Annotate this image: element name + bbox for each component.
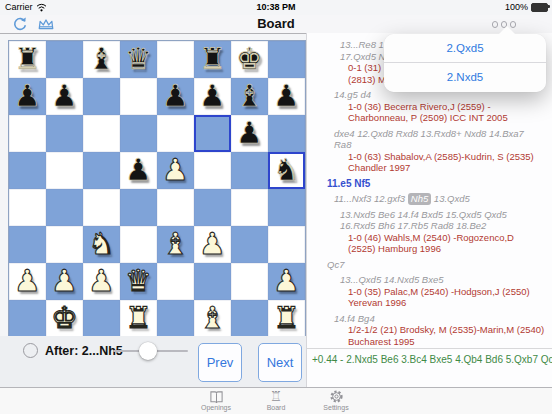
square-a2[interactable]: ♟ bbox=[9, 263, 46, 300]
game-reference[interactable]: (2525) Hamburg 1996 bbox=[307, 243, 552, 255]
square-b4[interactable] bbox=[46, 189, 83, 226]
tab-bar: Openings ♖ Board Settings bbox=[0, 387, 552, 414]
square-g5[interactable] bbox=[231, 152, 268, 189]
white-pawn[interactable]: ♟ bbox=[157, 152, 194, 189]
square-g8[interactable]: ♚ bbox=[231, 41, 268, 78]
book-icon bbox=[209, 390, 224, 404]
white-bishop[interactable]: ♝ bbox=[157, 226, 194, 263]
white-bishop[interactable]: ♝ bbox=[194, 300, 231, 337]
gear-icon bbox=[329, 389, 344, 404]
square-b6[interactable] bbox=[46, 115, 83, 152]
chess-board[interactable]: ♜♝♛♜♚♟♟♟♟♝♟♟♟♟♞♞♝♟♟♟♟♛♟♚♜♝♜ bbox=[8, 40, 306, 338]
square-f8[interactable]: ♜ bbox=[194, 41, 231, 78]
nav-bar: Board bbox=[0, 15, 552, 34]
popover-option-1[interactable]: 2.Qxd5 bbox=[384, 34, 546, 62]
square-e4[interactable] bbox=[157, 189, 194, 226]
white-rook[interactable]: ♜ bbox=[120, 300, 157, 337]
engine-eval-line[interactable]: +0.44 - 2.Nxd5 Be6 3.Bc4 Bxe5 4.Qb4 Bd6 … bbox=[312, 354, 552, 365]
tab-openings[interactable]: Openings bbox=[186, 389, 246, 412]
square-a7[interactable]: ♟ bbox=[9, 78, 46, 115]
square-h8[interactable] bbox=[268, 41, 305, 78]
move-line[interactable]: Qc7 bbox=[307, 259, 552, 271]
tab-board[interactable]: ♖ Board bbox=[246, 389, 306, 412]
square-g4[interactable] bbox=[231, 189, 268, 226]
black-bishop[interactable]: ♝ bbox=[83, 41, 120, 78]
square-b5[interactable] bbox=[46, 152, 83, 189]
move-line[interactable]: 16.Rxd5 Bh6 17.Rb5 Rad8 18.Be2 bbox=[307, 220, 552, 232]
move-line[interactable]: Ra8 bbox=[307, 139, 552, 151]
game-reference[interactable]: Chandler 1997 bbox=[307, 162, 552, 174]
game-reference[interactable]: Charbonneau, P (2509) ICC INT 2005 bbox=[307, 112, 552, 124]
square-f1[interactable]: ♝ bbox=[194, 300, 231, 337]
candidate-moves-popover: 2.Qxd5 2.Nxd5 bbox=[384, 34, 546, 92]
battery-icon bbox=[531, 3, 548, 12]
square-c4[interactable] bbox=[83, 189, 120, 226]
game-reference[interactable]: 1-0 (46) Wahls,M (2540) -Rogozenco,D bbox=[307, 232, 552, 244]
black-pawn[interactable]: ♟ bbox=[9, 78, 46, 115]
move-control-bar: After: 2...Nh5 Prev Next bbox=[0, 336, 306, 387]
square-d8[interactable]: ♛ bbox=[120, 41, 157, 78]
square-a3[interactable] bbox=[9, 226, 46, 263]
square-g6[interactable]: ♟ bbox=[231, 115, 268, 152]
square-e6[interactable] bbox=[157, 115, 194, 152]
app-screen: Carrier 10:38 PM 100% Board bbox=[0, 0, 552, 414]
move-line[interactable]: 13.Nxd5 Be6 14.f4 Bxd5 15.Qxd5 Qxd5 bbox=[307, 209, 552, 221]
black-knight[interactable]: ♞ bbox=[268, 152, 305, 189]
white-pawn[interactable]: ♟ bbox=[9, 263, 46, 300]
white-pawn[interactable]: ♟ bbox=[194, 226, 231, 263]
square-f5[interactable] bbox=[194, 152, 231, 189]
square-d7[interactable] bbox=[120, 78, 157, 115]
square-b1[interactable]: ♚ bbox=[46, 300, 83, 337]
black-bishop[interactable]: ♝ bbox=[231, 78, 268, 115]
black-pawn[interactable]: ♟ bbox=[194, 78, 231, 115]
eval-divider bbox=[307, 348, 552, 349]
popover-option-2[interactable]: 2.Nxd5 bbox=[384, 63, 546, 91]
square-b7[interactable]: ♟ bbox=[46, 78, 83, 115]
black-pawn[interactable]: ♟ bbox=[231, 115, 268, 152]
square-b8[interactable] bbox=[46, 41, 83, 78]
move-slider-thumb[interactable] bbox=[139, 342, 157, 360]
square-f4[interactable] bbox=[194, 189, 231, 226]
game-reference[interactable]: 1-0 (35) Palac,M (2540) -Hodgson,J (2550… bbox=[307, 286, 552, 298]
white-pawn[interactable]: ♟ bbox=[268, 263, 305, 300]
square-h5[interactable]: ♞ bbox=[268, 152, 305, 189]
square-c6[interactable] bbox=[83, 115, 120, 152]
move-line[interactable]: dxe4 12.Qxd8 Rxd8 13.Rxd8+ Nxd8 14.Bxa7 bbox=[307, 128, 552, 140]
square-b3[interactable] bbox=[46, 226, 83, 263]
move-line[interactable]: 11.e5 Nf5 bbox=[307, 178, 552, 190]
square-d2[interactable]: ♛ bbox=[120, 263, 157, 300]
square-a6[interactable] bbox=[9, 115, 46, 152]
engine-toggle[interactable] bbox=[23, 343, 38, 358]
popover-arrow bbox=[498, 26, 516, 35]
square-d3[interactable] bbox=[120, 226, 157, 263]
white-pawn[interactable]: ♟ bbox=[46, 263, 83, 300]
prev-button[interactable]: Prev bbox=[198, 343, 242, 382]
square-d5[interactable]: ♟ bbox=[120, 152, 157, 189]
tab-settings[interactable]: Settings bbox=[306, 389, 366, 412]
black-queen[interactable]: ♛ bbox=[120, 41, 157, 78]
black-pawn[interactable]: ♟ bbox=[120, 152, 157, 189]
battery-percent: 100% bbox=[505, 2, 528, 12]
black-pawn[interactable]: ♟ bbox=[268, 78, 305, 115]
square-c1[interactable] bbox=[83, 300, 120, 337]
page-title: Board bbox=[0, 16, 552, 31]
square-g3[interactable] bbox=[231, 226, 268, 263]
square-a8[interactable]: ♜ bbox=[9, 41, 46, 78]
move-line[interactable]: 14.f4 Bg4 bbox=[307, 313, 552, 325]
rook-icon: ♖ bbox=[270, 389, 283, 404]
square-h7[interactable]: ♟ bbox=[268, 78, 305, 115]
square-f7[interactable]: ♟ bbox=[194, 78, 231, 115]
move-line[interactable]: 11...Nxf3 12.gxf3 Nh5 13.Qxd5 bbox=[307, 193, 552, 205]
square-f6[interactable] bbox=[194, 115, 231, 152]
square-a5[interactable] bbox=[9, 152, 46, 189]
game-reference[interactable]: 1-0 (63) Shabalov,A (2585)-Kudrin, S (25… bbox=[307, 151, 552, 163]
square-d4[interactable] bbox=[120, 189, 157, 226]
square-h4[interactable] bbox=[268, 189, 305, 226]
square-e7[interactable]: ♟ bbox=[157, 78, 194, 115]
white-king[interactable]: ♚ bbox=[46, 300, 83, 337]
square-h3[interactable] bbox=[268, 226, 305, 263]
selected-move-pill[interactable]: Nh5 bbox=[408, 193, 431, 205]
square-c5[interactable] bbox=[83, 152, 120, 189]
square-f3[interactable]: ♟ bbox=[194, 226, 231, 263]
white-pawn[interactable]: ♟ bbox=[83, 263, 120, 300]
square-c2[interactable]: ♟ bbox=[83, 263, 120, 300]
game-reference[interactable]: Bucharest 1995 bbox=[307, 336, 552, 348]
square-f2[interactable] bbox=[194, 263, 231, 300]
white-rook[interactable]: ♜ bbox=[268, 300, 305, 337]
square-e3[interactable]: ♝ bbox=[157, 226, 194, 263]
square-c8[interactable]: ♝ bbox=[83, 41, 120, 78]
square-a4[interactable] bbox=[9, 189, 46, 226]
game-reference[interactable]: Yerevan 1996 bbox=[307, 297, 552, 309]
game-reference[interactable]: 1-0 (36) Becerra Rivero,J (2559) - bbox=[307, 101, 552, 113]
square-d1[interactable]: ♜ bbox=[120, 300, 157, 337]
square-g1[interactable] bbox=[231, 300, 268, 337]
square-g7[interactable]: ♝ bbox=[231, 78, 268, 115]
square-h1[interactable]: ♜ bbox=[268, 300, 305, 337]
square-e5[interactable]: ♟ bbox=[157, 152, 194, 189]
square-b2[interactable]: ♟ bbox=[46, 263, 83, 300]
square-e8[interactable] bbox=[157, 41, 194, 78]
move-line[interactable]: 13...Qxd5 14.Nxd5 Bxe5 bbox=[307, 274, 552, 286]
next-button[interactable]: Next bbox=[258, 343, 302, 382]
black-king[interactable]: ♚ bbox=[231, 41, 268, 78]
square-c7[interactable] bbox=[83, 78, 120, 115]
square-c3[interactable]: ♞ bbox=[83, 226, 120, 263]
square-e1[interactable] bbox=[157, 300, 194, 337]
black-pawn[interactable]: ♟ bbox=[157, 78, 194, 115]
game-reference[interactable]: 1/2-1/2 (21) Brodsky, M (2535)-Marin,M (… bbox=[307, 324, 552, 336]
clock: 10:38 PM bbox=[0, 2, 552, 12]
white-knight[interactable]: ♞ bbox=[83, 226, 120, 263]
black-rook[interactable]: ♜ bbox=[194, 41, 231, 78]
current-move-label: After: 2...Nh5 bbox=[45, 344, 123, 358]
square-a1[interactable] bbox=[9, 300, 46, 337]
white-queen[interactable]: ♛ bbox=[120, 263, 157, 300]
square-h6[interactable] bbox=[268, 115, 305, 152]
black-rook[interactable]: ♜ bbox=[9, 41, 46, 78]
square-e2[interactable] bbox=[157, 263, 194, 300]
status-bar: Carrier 10:38 PM 100% bbox=[0, 0, 552, 15]
black-pawn[interactable]: ♟ bbox=[46, 78, 83, 115]
square-g2[interactable] bbox=[231, 263, 268, 300]
square-h2[interactable]: ♟ bbox=[268, 263, 305, 300]
square-d6[interactable] bbox=[120, 115, 157, 152]
